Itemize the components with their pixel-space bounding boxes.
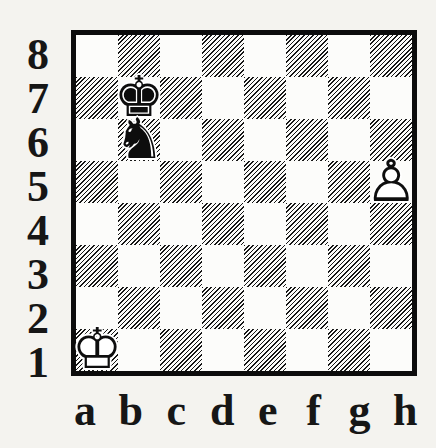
square-d4: [202, 203, 244, 245]
square-d8: [202, 35, 244, 77]
square-h3: [370, 245, 412, 287]
square-a5: [76, 161, 118, 203]
file-label-e: e: [245, 382, 291, 440]
square-d5: [202, 161, 244, 203]
square-h2: [370, 287, 412, 329]
square-b1: [118, 329, 160, 371]
square-g3: [328, 245, 370, 287]
square-e6: [244, 119, 286, 161]
square-a4: [76, 203, 118, 245]
square-f7: [286, 77, 328, 119]
square-b3: [118, 245, 160, 287]
square-b2: [118, 287, 160, 329]
rank-label-5: 5: [18, 165, 58, 209]
square-a3: [76, 245, 118, 287]
rank-label-4: 4: [18, 209, 58, 253]
chess-diagram: 87654321 ♚♞♟♙♚♔ abcdefgh: [0, 0, 436, 448]
square-a7: [76, 77, 118, 119]
square-f3: [286, 245, 328, 287]
square-a8: [76, 35, 118, 77]
square-g5: [328, 161, 370, 203]
square-c4: [160, 203, 202, 245]
square-f4: [286, 203, 328, 245]
file-label-b: b: [108, 382, 154, 440]
rank-label-2: 2: [18, 297, 58, 341]
square-f1: [286, 329, 328, 371]
square-g4: [328, 203, 370, 245]
square-g2: [328, 287, 370, 329]
square-b6: ♞: [118, 119, 160, 161]
square-h5: ♟♙: [370, 161, 412, 203]
square-d7: [202, 77, 244, 119]
square-h7: [370, 77, 412, 119]
square-d3: [202, 245, 244, 287]
square-g6: [328, 119, 370, 161]
square-e4: [244, 203, 286, 245]
rank-label-6: 6: [18, 121, 58, 165]
white-pawn-glyph: ♙: [370, 161, 412, 203]
white-king-a1: ♚♔: [76, 329, 118, 371]
file-label-a: a: [62, 382, 108, 440]
square-d6: [202, 119, 244, 161]
square-f8: [286, 35, 328, 77]
square-h8: [370, 35, 412, 77]
square-d2: [202, 287, 244, 329]
file-label-g: g: [337, 382, 383, 440]
square-e5: [244, 161, 286, 203]
square-c3: [160, 245, 202, 287]
square-c1: [160, 329, 202, 371]
square-e7: [244, 77, 286, 119]
black-knight-glyph: ♞: [114, 111, 164, 167]
black-knight-b6: ♞: [118, 119, 160, 161]
file-label-d: d: [199, 382, 245, 440]
square-f6: [286, 119, 328, 161]
square-g1: [328, 329, 370, 371]
square-f2: [286, 287, 328, 329]
square-h1: [370, 329, 412, 371]
square-e3: [244, 245, 286, 287]
square-e2: [244, 287, 286, 329]
rank-labels: 87654321: [18, 33, 58, 379]
white-king-glyph: ♔: [76, 329, 118, 371]
square-g7: [328, 77, 370, 119]
square-a6: [76, 119, 118, 161]
square-c7: [160, 77, 202, 119]
rank-label-7: 7: [18, 77, 58, 121]
rank-label-8: 8: [18, 33, 58, 77]
file-label-h: h: [382, 382, 428, 440]
square-c5: [160, 161, 202, 203]
chess-board: ♚♞♟♙♚♔: [71, 30, 417, 376]
rank-label-3: 3: [18, 253, 58, 297]
square-c6: [160, 119, 202, 161]
white-pawn-h5: ♟♙: [370, 161, 412, 203]
square-f5: [286, 161, 328, 203]
square-b4: [118, 203, 160, 245]
square-e1: [244, 329, 286, 371]
square-c8: [160, 35, 202, 77]
file-labels: abcdefgh: [62, 382, 428, 440]
square-c2: [160, 287, 202, 329]
file-label-c: c: [154, 382, 200, 440]
file-label-f: f: [291, 382, 337, 440]
square-e8: [244, 35, 286, 77]
square-g8: [328, 35, 370, 77]
square-a1: ♚♔: [76, 329, 118, 371]
square-d1: [202, 329, 244, 371]
rank-label-1: 1: [18, 341, 58, 385]
